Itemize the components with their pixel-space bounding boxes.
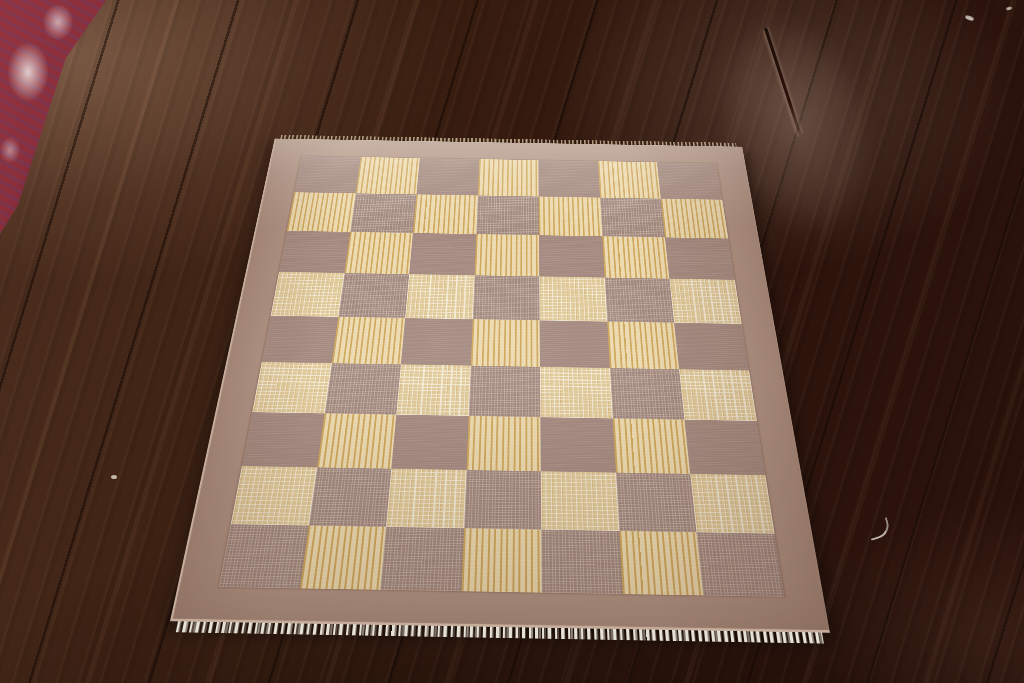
checker-square-r9c2 xyxy=(300,526,387,590)
checker-square-r8c7 xyxy=(691,474,775,534)
checkered-rug xyxy=(170,139,830,633)
checker-square-r5c5 xyxy=(540,320,610,368)
checker-square-r6c4 xyxy=(468,366,540,418)
checker-square-r3c5 xyxy=(539,235,604,277)
checker-square-r3c4 xyxy=(474,234,539,276)
checker-square-r8c5 xyxy=(541,471,619,531)
checker-square-r4c4 xyxy=(473,275,540,320)
checker-square-r2c3 xyxy=(413,194,478,234)
checker-square-r5c4 xyxy=(471,319,541,367)
checker-square-r7c1 xyxy=(242,412,324,467)
checker-square-r5c1 xyxy=(262,315,338,363)
checker-square-r8c3 xyxy=(386,469,466,528)
checker-square-r7c5 xyxy=(541,417,616,472)
checker-square-r8c4 xyxy=(464,470,542,530)
checker-square-r3c2 xyxy=(344,232,413,274)
checker-square-r2c2 xyxy=(350,193,417,233)
checker-square-r7c2 xyxy=(317,414,397,469)
checker-square-r8c6 xyxy=(616,473,697,533)
checker-square-r5c3 xyxy=(401,318,473,366)
checkerboard-field xyxy=(219,156,785,597)
checker-square-r4c6 xyxy=(605,277,675,322)
scene xyxy=(0,0,1024,683)
checker-square-r9c6 xyxy=(619,531,703,595)
checker-square-r1c2 xyxy=(355,157,419,194)
checker-square-r4c7 xyxy=(670,279,742,324)
checker-square-r3c3 xyxy=(409,233,476,275)
checker-square-r3c1 xyxy=(279,231,350,273)
checker-square-r5c2 xyxy=(331,317,405,365)
checker-square-r1c4 xyxy=(478,159,539,196)
checker-square-r9c3 xyxy=(380,527,463,591)
checker-square-r3c7 xyxy=(665,237,735,279)
checker-square-r6c6 xyxy=(610,368,685,420)
checker-square-r7c6 xyxy=(613,419,691,474)
checker-square-r7c7 xyxy=(685,420,766,475)
checker-square-r9c4 xyxy=(461,528,542,592)
checker-square-r1c7 xyxy=(657,162,722,199)
checker-square-r4c3 xyxy=(405,274,474,319)
checker-square-r5c7 xyxy=(674,323,749,371)
dust-speck xyxy=(111,475,117,479)
checker-square-r1c6 xyxy=(598,161,661,198)
checker-square-r4c1 xyxy=(271,272,344,317)
checker-square-r1c5 xyxy=(539,160,600,197)
checker-square-r1c3 xyxy=(417,158,480,195)
checker-square-r2c7 xyxy=(661,199,728,239)
checker-square-r9c1 xyxy=(219,524,309,588)
checker-square-r2c6 xyxy=(600,198,665,238)
checker-square-r8c2 xyxy=(308,468,391,527)
checker-square-r3c6 xyxy=(602,236,669,278)
rug-border xyxy=(170,139,830,633)
checker-square-r7c3 xyxy=(391,415,468,470)
checker-square-r2c4 xyxy=(476,195,539,235)
checker-square-r2c1 xyxy=(287,192,356,232)
checker-square-r6c1 xyxy=(252,362,331,413)
checker-square-r9c7 xyxy=(697,532,785,596)
checker-square-r1c1 xyxy=(294,156,360,193)
checker-square-r6c7 xyxy=(679,370,757,422)
checker-square-r5c6 xyxy=(607,321,679,369)
checker-square-r6c3 xyxy=(396,365,470,416)
checker-square-r6c5 xyxy=(540,367,613,419)
checker-square-r9c5 xyxy=(541,530,622,594)
checker-square-r2c5 xyxy=(539,196,602,236)
checker-square-r8c1 xyxy=(231,466,317,525)
checker-square-r7c4 xyxy=(466,416,541,471)
checker-square-r4c2 xyxy=(338,273,409,318)
checker-square-r6c2 xyxy=(324,363,401,414)
checker-square-r4c5 xyxy=(539,276,607,321)
